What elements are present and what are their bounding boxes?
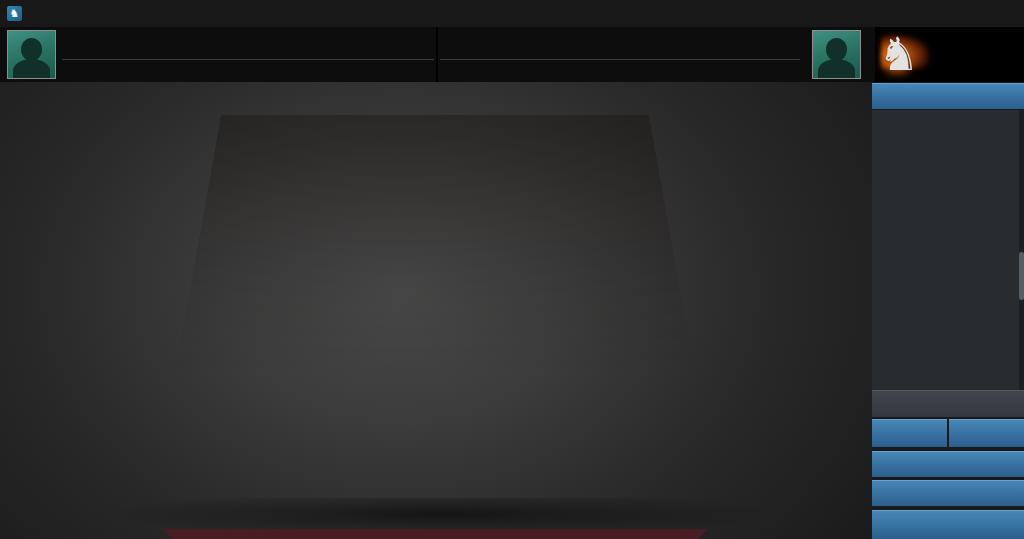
title-bar: ♞ <box>0 0 1024 27</box>
board-lighting-shade <box>152 115 718 505</box>
board-style-button[interactable] <box>872 419 947 447</box>
avatar-body-icon <box>13 59 50 79</box>
sparkchess-logo: ♞ <box>875 27 1024 82</box>
divider-line <box>440 59 800 60</box>
avatar-body-icon <box>818 59 855 79</box>
knight-logo-icon: ♞ <box>878 27 919 82</box>
move-list <box>872 110 1024 390</box>
fullscreen-button[interactable] <box>872 510 1024 539</box>
unmute-button[interactable] <box>872 480 1024 506</box>
app-window: ♞ ♞ <box>0 0 1024 539</box>
avatar-black <box>812 30 861 79</box>
move-list-scrollbar-track <box>1019 110 1024 390</box>
offer-draw-button[interactable] <box>872 390 1024 417</box>
export-button[interactable] <box>949 419 1024 447</box>
avatar-head-icon <box>826 38 847 61</box>
player-bar: ♞ <box>0 27 1024 82</box>
divider-line <box>62 59 434 60</box>
maximize-button[interactable] <box>956 0 988 27</box>
minimize-button[interactable] <box>922 0 954 27</box>
player-panel-black <box>438 27 875 82</box>
open-chat-button[interactable] <box>872 451 1024 477</box>
sidebar <box>872 82 1024 539</box>
close-button[interactable] <box>990 0 1022 27</box>
move-list-scrollbar-thumb[interactable] <box>1019 252 1024 300</box>
resign-button[interactable] <box>872 83 1024 109</box>
avatar-white <box>7 30 56 79</box>
player-panel-white <box>0 27 436 82</box>
avatar-head-icon <box>21 38 42 61</box>
chess-board-grid <box>152 115 718 505</box>
app-icon: ♞ <box>7 6 22 21</box>
